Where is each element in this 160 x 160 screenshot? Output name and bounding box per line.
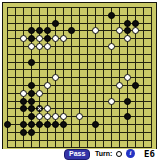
white-stone[interactable] [44,105,51,112]
go-board[interactable] [2,2,157,150]
white-stone[interactable] [60,35,67,42]
black-stone[interactable] [44,35,51,42]
black-stone[interactable] [52,20,59,27]
white-stone[interactable] [92,27,99,34]
black-stone[interactable] [28,27,35,34]
white-stone[interactable] [60,113,67,120]
star-point [79,76,80,79]
info-icon[interactable]: i [126,149,135,158]
black-stone[interactable] [132,20,139,27]
black-stone[interactable] [36,121,43,128]
black-stone[interactable] [28,121,35,128]
white-stone[interactable] [28,43,35,50]
white-stone[interactable] [124,74,131,81]
black-stone[interactable] [68,27,75,34]
black-stone[interactable] [20,98,27,105]
black-stone[interactable] [28,98,35,105]
black-stone[interactable] [108,12,115,19]
black-stone[interactable] [4,121,11,128]
white-stone[interactable] [20,90,27,97]
grid-line-horizontal [7,140,152,141]
white-stone[interactable] [36,113,43,120]
star-point [79,29,80,32]
black-stone[interactable] [36,27,43,34]
black-stone[interactable] [60,121,67,128]
black-stone[interactable] [28,105,35,112]
star-point [127,123,128,126]
black-stone[interactable] [20,121,27,128]
white-stone[interactable] [52,74,59,81]
black-stone[interactable] [28,35,35,42]
white-stone[interactable] [44,113,51,120]
black-stone[interactable] [132,82,139,89]
last-move-coordinate: E6 [144,149,155,159]
white-stone[interactable] [52,113,59,120]
grid-line-horizontal [7,147,152,148]
grid-line-vertical [111,7,112,148]
star-point [79,123,80,126]
white-stone[interactable] [108,43,115,50]
grid-line-vertical [143,7,144,148]
black-stone[interactable] [44,121,51,128]
board-marker [135,68,136,71]
black-stone[interactable] [28,82,35,89]
black-stone[interactable] [28,90,35,97]
grid-line-vertical [103,7,104,148]
black-stone[interactable] [124,27,131,34]
white-stone[interactable] [52,35,59,42]
black-stone[interactable] [28,113,35,120]
pda-screen: Pass Turn: i E6 [0,0,160,160]
white-stone[interactable] [116,82,123,89]
black-stone[interactable] [124,113,131,120]
white-stone[interactable] [124,35,131,42]
grid-line-vertical [87,7,88,148]
white-stone[interactable] [44,82,51,89]
status-bar: Pass Turn: i E6 [0,149,160,160]
white-stone[interactable] [36,35,43,42]
black-stone[interactable] [52,121,59,128]
white-stone[interactable] [76,113,83,120]
black-stone[interactable] [44,27,51,34]
black-stone[interactable] [20,129,27,136]
black-stone[interactable] [124,98,131,105]
white-stone[interactable] [44,43,51,50]
black-stone[interactable] [28,59,35,66]
star-point [31,76,32,79]
black-stone[interactable] [124,20,131,27]
black-stone[interactable] [28,129,35,136]
grid-line-vertical [151,7,152,148]
pass-button[interactable]: Pass [64,149,90,160]
white-stone[interactable] [20,35,27,42]
white-stone[interactable] [36,43,43,50]
white-turn-stone-icon [116,151,122,157]
white-stone[interactable] [116,27,123,34]
white-stone[interactable] [36,90,43,97]
black-stone-last-move[interactable] [36,105,43,112]
turn-label: Turn: [95,150,112,157]
white-stone[interactable] [108,98,115,105]
black-stone[interactable] [20,105,27,112]
black-stone[interactable] [92,121,99,128]
white-stone[interactable] [132,27,139,34]
